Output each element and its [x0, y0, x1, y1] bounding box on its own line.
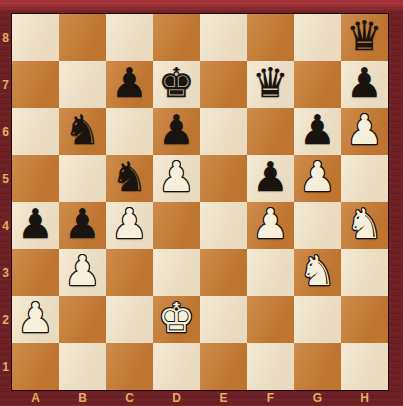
- square-d6[interactable]: ♟: [153, 108, 200, 155]
- piece-white-knight: ♞: [299, 251, 336, 292]
- rank-label-7: 7: [0, 61, 11, 108]
- square-c2[interactable]: [106, 296, 153, 343]
- square-b5[interactable]: [59, 155, 106, 202]
- piece-white-pawn: ♟: [111, 204, 148, 245]
- file-label-b: B: [59, 390, 106, 406]
- file-label-d: D: [153, 390, 200, 406]
- piece-white-knight: ♞: [346, 204, 383, 245]
- square-b6[interactable]: ♞: [59, 108, 106, 155]
- square-d1[interactable]: [153, 343, 200, 390]
- rank-label-3: 3: [0, 249, 11, 296]
- square-h5[interactable]: [341, 155, 388, 202]
- square-g3[interactable]: ♞: [294, 249, 341, 296]
- file-labels: ABCDEFGH: [12, 390, 388, 406]
- piece-black-queen: ♛: [346, 16, 383, 57]
- square-e8[interactable]: [200, 14, 247, 61]
- square-h1[interactable]: [341, 343, 388, 390]
- piece-black-pawn: ♟: [64, 204, 101, 245]
- square-d8[interactable]: [153, 14, 200, 61]
- square-g8[interactable]: [294, 14, 341, 61]
- rank-label-2: 2: [0, 296, 11, 343]
- square-g5[interactable]: ♟: [294, 155, 341, 202]
- piece-white-pawn: ♟: [346, 110, 383, 151]
- square-f6[interactable]: [247, 108, 294, 155]
- square-a6[interactable]: [12, 108, 59, 155]
- piece-black-knight: ♞: [64, 110, 101, 151]
- square-g1[interactable]: [294, 343, 341, 390]
- square-c5[interactable]: ♞: [106, 155, 153, 202]
- square-a5[interactable]: [12, 155, 59, 202]
- square-b2[interactable]: [59, 296, 106, 343]
- square-a8[interactable]: [12, 14, 59, 61]
- piece-black-pawn: ♟: [158, 110, 195, 151]
- piece-black-pawn: ♟: [111, 63, 148, 104]
- square-f2[interactable]: [247, 296, 294, 343]
- piece-white-pawn: ♟: [158, 157, 195, 198]
- square-h6[interactable]: ♟: [341, 108, 388, 155]
- piece-white-pawn: ♟: [64, 251, 101, 292]
- board-edge: ♛♟♚♛♟♞♟♟♟♞♟♟♟♟♟♟♟♞♟♞♟♚: [11, 13, 389, 391]
- square-c4[interactable]: ♟: [106, 202, 153, 249]
- piece-black-knight: ♞: [111, 157, 148, 198]
- square-c3[interactable]: [106, 249, 153, 296]
- square-e6[interactable]: [200, 108, 247, 155]
- square-g6[interactable]: ♟: [294, 108, 341, 155]
- square-d4[interactable]: [153, 202, 200, 249]
- square-a3[interactable]: [12, 249, 59, 296]
- rank-label-6: 6: [0, 108, 11, 155]
- square-h2[interactable]: [341, 296, 388, 343]
- square-f3[interactable]: [247, 249, 294, 296]
- chess-board: ♛♟♚♛♟♞♟♟♟♞♟♟♟♟♟♟♟♞♟♞♟♚: [12, 14, 388, 390]
- piece-black-pawn: ♟: [299, 110, 336, 151]
- rank-labels: 87654321: [0, 14, 11, 390]
- rank-label-4: 4: [0, 202, 11, 249]
- square-e1[interactable]: [200, 343, 247, 390]
- file-label-e: E: [200, 390, 247, 406]
- piece-black-queen: ♛: [252, 63, 289, 104]
- piece-white-pawn: ♟: [17, 298, 54, 339]
- piece-black-pawn: ♟: [346, 63, 383, 104]
- square-g4[interactable]: [294, 202, 341, 249]
- file-label-g: G: [294, 390, 341, 406]
- piece-white-king: ♚: [158, 298, 195, 339]
- piece-black-king: ♚: [158, 63, 195, 104]
- square-h4[interactable]: ♞: [341, 202, 388, 249]
- square-h3[interactable]: [341, 249, 388, 296]
- square-d2[interactable]: ♚: [153, 296, 200, 343]
- square-f4[interactable]: ♟: [247, 202, 294, 249]
- rank-label-1: 1: [0, 343, 11, 390]
- square-a4[interactable]: ♟: [12, 202, 59, 249]
- square-b8[interactable]: [59, 14, 106, 61]
- square-a7[interactable]: [12, 61, 59, 108]
- piece-black-pawn: ♟: [252, 157, 289, 198]
- square-f7[interactable]: ♛: [247, 61, 294, 108]
- square-h7[interactable]: ♟: [341, 61, 388, 108]
- rank-label-5: 5: [0, 155, 11, 202]
- square-e5[interactable]: [200, 155, 247, 202]
- square-h8[interactable]: ♛: [341, 14, 388, 61]
- square-g2[interactable]: [294, 296, 341, 343]
- square-a1[interactable]: [12, 343, 59, 390]
- file-label-c: C: [106, 390, 153, 406]
- square-a2[interactable]: ♟: [12, 296, 59, 343]
- square-e4[interactable]: [200, 202, 247, 249]
- piece-white-pawn: ♟: [299, 157, 336, 198]
- square-c8[interactable]: [106, 14, 153, 61]
- chess-board-frame: 87654321 ABCDEFGH ♛♟♚♛♟♞♟♟♟♞♟♟♟♟♟♟♟♞♟♞♟♚: [0, 0, 403, 406]
- square-c1[interactable]: [106, 343, 153, 390]
- square-c6[interactable]: [106, 108, 153, 155]
- square-d3[interactable]: [153, 249, 200, 296]
- square-e7[interactable]: [200, 61, 247, 108]
- square-f5[interactable]: ♟: [247, 155, 294, 202]
- square-e2[interactable]: [200, 296, 247, 343]
- file-label-a: A: [12, 390, 59, 406]
- square-b7[interactable]: [59, 61, 106, 108]
- square-g7[interactable]: [294, 61, 341, 108]
- square-d7[interactable]: ♚: [153, 61, 200, 108]
- square-c7[interactable]: ♟: [106, 61, 153, 108]
- square-b3[interactable]: ♟: [59, 249, 106, 296]
- piece-black-pawn: ♟: [17, 204, 54, 245]
- rank-label-8: 8: [0, 14, 11, 61]
- file-label-f: F: [247, 390, 294, 406]
- square-e3[interactable]: [200, 249, 247, 296]
- square-d5[interactable]: ♟: [153, 155, 200, 202]
- square-b1[interactable]: [59, 343, 106, 390]
- piece-white-pawn: ♟: [252, 204, 289, 245]
- square-f1[interactable]: [247, 343, 294, 390]
- square-b4[interactable]: ♟: [59, 202, 106, 249]
- file-label-h: H: [341, 390, 388, 406]
- square-f8[interactable]: [247, 14, 294, 61]
